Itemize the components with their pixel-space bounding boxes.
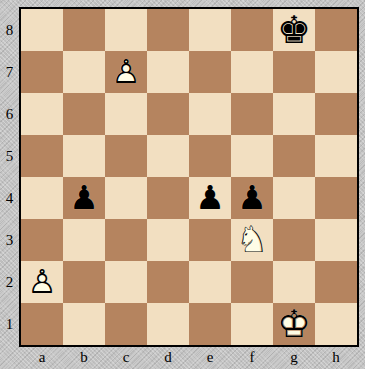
square-a1[interactable] — [21, 303, 63, 345]
rank-label-1: 1 — [0, 303, 19, 345]
square-g4[interactable] — [273, 177, 315, 219]
file-label-a: a — [21, 347, 63, 367]
square-c6[interactable] — [105, 93, 147, 135]
square-e7[interactable] — [189, 51, 231, 93]
square-e2[interactable] — [189, 261, 231, 303]
black-king-icon: ♚ — [277, 9, 311, 51]
chess-board: ♚♟♙♟♟♟♞♘♟♙♚♔ — [19, 7, 359, 347]
square-a6[interactable] — [21, 93, 63, 135]
square-d1[interactable] — [147, 303, 189, 345]
square-h8[interactable] — [315, 9, 357, 51]
square-d7[interactable] — [147, 51, 189, 93]
square-e5[interactable] — [189, 135, 231, 177]
rank-label-3: 3 — [0, 219, 19, 261]
piece-black-pawn[interactable]: ♟ — [237, 177, 267, 219]
square-e4[interactable]: ♟ — [189, 177, 231, 219]
square-g6[interactable] — [273, 93, 315, 135]
chess-app-window: 87654321 ♚♟♙♟♟♟♞♘♟♙♚♔ abcdefgh — [0, 0, 365, 369]
square-c5[interactable] — [105, 135, 147, 177]
square-a5[interactable] — [21, 135, 63, 177]
square-g2[interactable] — [273, 261, 315, 303]
white-knight-icon: ♘ — [235, 219, 268, 261]
square-e1[interactable] — [189, 303, 231, 345]
square-f2[interactable] — [231, 261, 273, 303]
piece-black-pawn[interactable]: ♟ — [195, 177, 225, 219]
square-c8[interactable] — [105, 9, 147, 51]
square-b8[interactable] — [63, 9, 105, 51]
square-h2[interactable] — [315, 261, 357, 303]
black-pawn-icon: ♟ — [69, 177, 99, 219]
white-pawn-icon: ♙ — [27, 261, 57, 303]
square-d8[interactable] — [147, 9, 189, 51]
white-king-icon: ♔ — [277, 303, 311, 345]
rank-label-2: 2 — [0, 261, 19, 303]
square-d5[interactable] — [147, 135, 189, 177]
square-a8[interactable] — [21, 9, 63, 51]
square-c3[interactable] — [105, 219, 147, 261]
file-label-c: c — [105, 347, 147, 367]
file-label-h: h — [315, 347, 357, 367]
rank-label-5: 5 — [0, 135, 19, 177]
rank-label-8: 8 — [0, 9, 19, 51]
file-label-f: f — [231, 347, 273, 367]
square-h7[interactable] — [315, 51, 357, 93]
square-a3[interactable] — [21, 219, 63, 261]
square-f4[interactable]: ♟ — [231, 177, 273, 219]
square-f3[interactable]: ♞♘ — [231, 219, 273, 261]
square-h3[interactable] — [315, 219, 357, 261]
square-h5[interactable] — [315, 135, 357, 177]
square-h6[interactable] — [315, 93, 357, 135]
square-g7[interactable] — [273, 51, 315, 93]
square-f1[interactable] — [231, 303, 273, 345]
file-label-g: g — [273, 347, 315, 367]
file-label-b: b — [63, 347, 105, 367]
piece-black-pawn[interactable]: ♟ — [69, 177, 99, 219]
square-f7[interactable] — [231, 51, 273, 93]
square-c4[interactable] — [105, 177, 147, 219]
piece-black-king[interactable]: ♚ — [277, 9, 311, 51]
square-h1[interactable] — [315, 303, 357, 345]
square-a7[interactable] — [21, 51, 63, 93]
piece-white-king[interactable]: ♚♔ — [277, 303, 311, 345]
file-label-d: d — [147, 347, 189, 367]
black-pawn-icon: ♟ — [195, 177, 225, 219]
square-c7[interactable]: ♟♙ — [105, 51, 147, 93]
square-d3[interactable] — [147, 219, 189, 261]
square-d6[interactable] — [147, 93, 189, 135]
square-b7[interactable] — [63, 51, 105, 93]
rank-labels: 87654321 — [0, 9, 19, 345]
black-pawn-icon: ♟ — [237, 177, 267, 219]
square-e6[interactable] — [189, 93, 231, 135]
square-c2[interactable] — [105, 261, 147, 303]
file-labels: abcdefgh — [21, 347, 357, 367]
piece-white-knight[interactable]: ♞♘ — [235, 219, 268, 261]
square-f5[interactable] — [231, 135, 273, 177]
square-b5[interactable] — [63, 135, 105, 177]
piece-white-pawn[interactable]: ♟♙ — [111, 51, 141, 93]
square-d4[interactable] — [147, 177, 189, 219]
square-g5[interactable] — [273, 135, 315, 177]
square-b6[interactable] — [63, 93, 105, 135]
square-b1[interactable] — [63, 303, 105, 345]
rank-label-6: 6 — [0, 93, 19, 135]
rank-label-7: 7 — [0, 51, 19, 93]
square-b3[interactable] — [63, 219, 105, 261]
square-g1[interactable]: ♚♔ — [273, 303, 315, 345]
square-f6[interactable] — [231, 93, 273, 135]
square-d2[interactable] — [147, 261, 189, 303]
square-g8[interactable]: ♚ — [273, 9, 315, 51]
square-h4[interactable] — [315, 177, 357, 219]
square-a4[interactable] — [21, 177, 63, 219]
white-pawn-icon: ♙ — [111, 51, 141, 93]
square-g3[interactable] — [273, 219, 315, 261]
square-f8[interactable] — [231, 9, 273, 51]
rank-label-4: 4 — [0, 177, 19, 219]
square-a2[interactable]: ♟♙ — [21, 261, 63, 303]
square-c1[interactable] — [105, 303, 147, 345]
piece-white-pawn[interactable]: ♟♙ — [27, 261, 57, 303]
square-b2[interactable] — [63, 261, 105, 303]
square-e3[interactable] — [189, 219, 231, 261]
square-b4[interactable]: ♟ — [63, 177, 105, 219]
file-label-e: e — [189, 347, 231, 367]
square-e8[interactable] — [189, 9, 231, 51]
